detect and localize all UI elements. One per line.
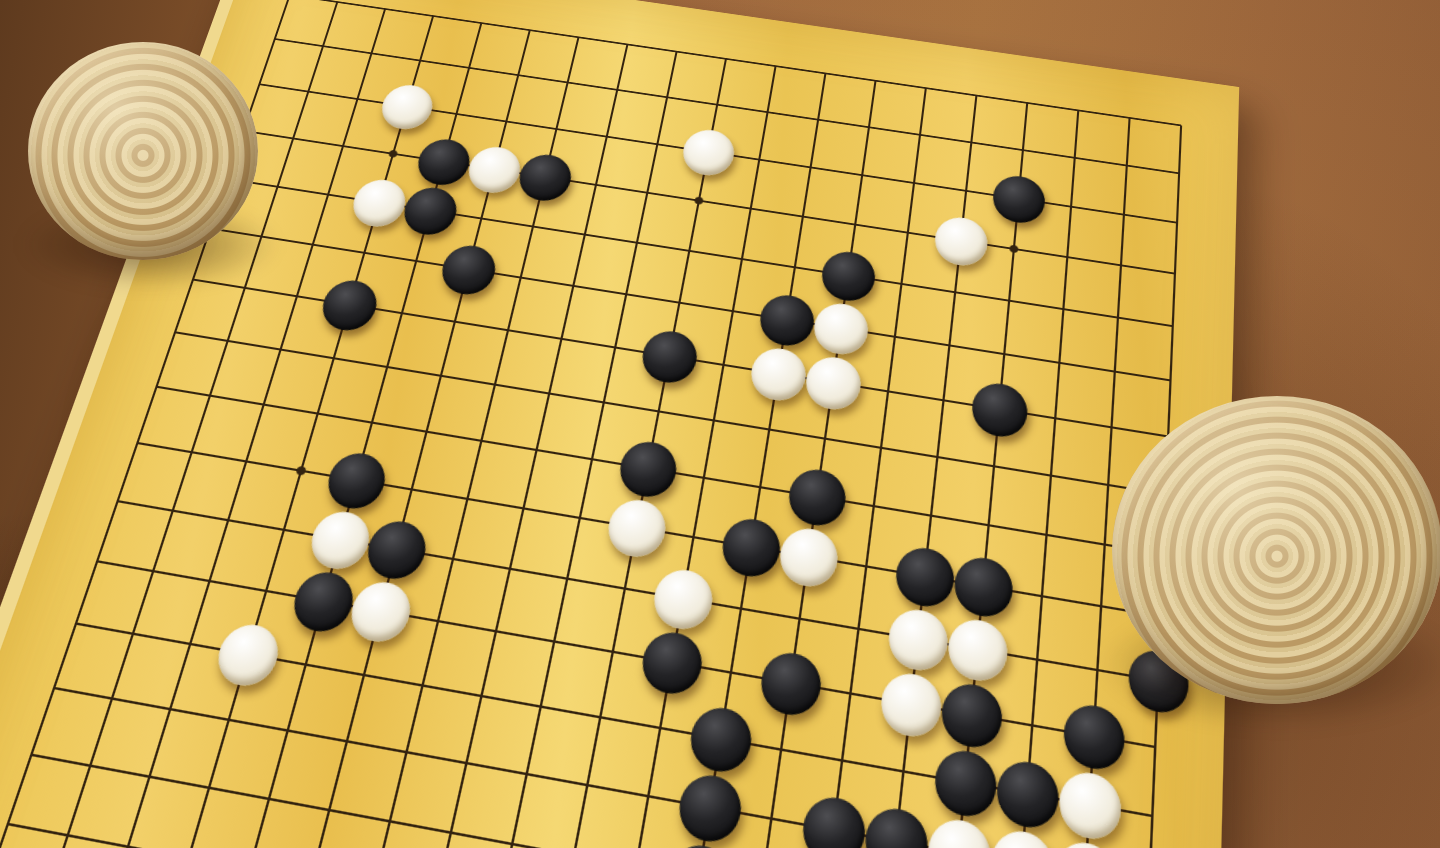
hoshi-point xyxy=(1009,245,1018,254)
hoshi-point xyxy=(694,196,704,204)
white-stone-bowl[interactable] xyxy=(28,42,258,260)
hoshi-point xyxy=(388,150,398,158)
go-game-scene xyxy=(0,0,1440,848)
hoshi-point xyxy=(295,466,306,476)
black-stone-bowl[interactable] xyxy=(1112,396,1440,704)
